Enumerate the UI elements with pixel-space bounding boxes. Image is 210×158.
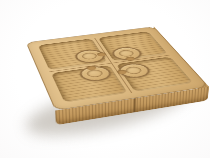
photo-canvas bbox=[0, 0, 210, 158]
bamboo-tray bbox=[26, 26, 209, 110]
compartment-bottom-left bbox=[51, 65, 127, 103]
coaster-recess-bottom-left bbox=[76, 65, 114, 83]
coaster-recess-bottom-right bbox=[114, 62, 153, 80]
compartment-bottom-right bbox=[115, 56, 193, 91]
compartment-top-left bbox=[38, 39, 107, 70]
